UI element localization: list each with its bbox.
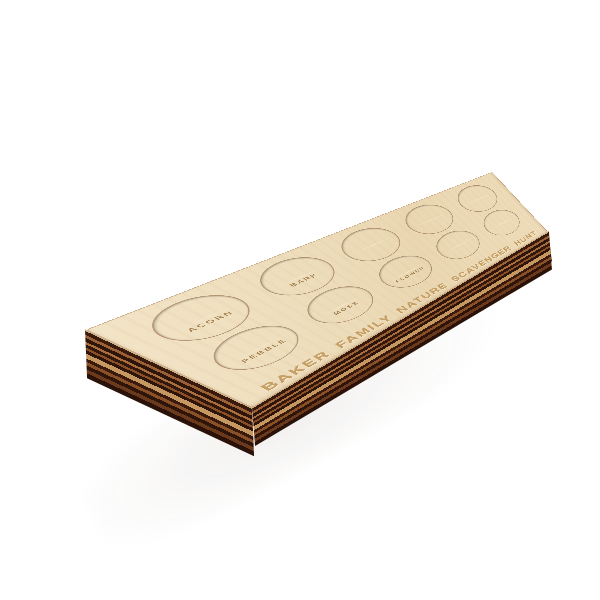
hole-label: PEBBLE	[226, 332, 300, 371]
hole-label	[489, 217, 518, 232]
product-photo-stage: ACORNBARKPEBBLEMOSSFLOWER BAKER FAMILY N…	[0, 0, 600, 600]
hole-label	[443, 238, 477, 256]
hole-label	[463, 193, 494, 207]
hole-label: FLOWER	[387, 262, 433, 287]
hole-label	[413, 213, 451, 230]
hole-label: MOSS	[316, 293, 373, 324]
hole-label	[350, 236, 397, 257]
